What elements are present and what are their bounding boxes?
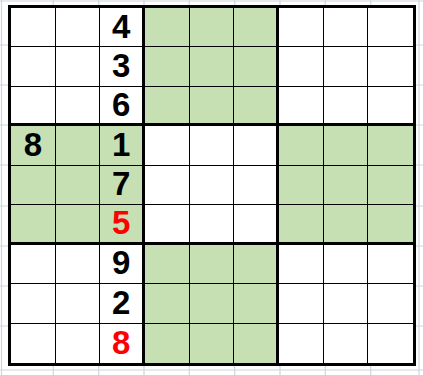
- cell-r3c7[interactable]: [279, 87, 324, 126]
- cell-r5c6[interactable]: [234, 166, 279, 205]
- cell-r4c8[interactable]: [324, 126, 369, 165]
- cell-r7c9[interactable]: [368, 245, 413, 284]
- cell-r9c1[interactable]: [11, 324, 56, 363]
- cell-r2c9[interactable]: [368, 47, 413, 86]
- cell-r4c6[interactable]: [234, 126, 279, 165]
- cell-r4c5[interactable]: [190, 126, 235, 165]
- cell-r6c5[interactable]: [190, 205, 235, 244]
- cell-r5c9[interactable]: [368, 166, 413, 205]
- cell-r6c3[interactable]: 5: [100, 205, 145, 244]
- cell-r7c2[interactable]: [56, 245, 101, 284]
- cell-r6c2[interactable]: [56, 205, 101, 244]
- cell-r9c5[interactable]: [190, 324, 235, 363]
- cell-r1c5[interactable]: [190, 8, 235, 47]
- cell-r6c9[interactable]: [368, 205, 413, 244]
- cell-r4c1[interactable]: 8: [11, 126, 56, 165]
- cell-r3c3[interactable]: 6: [100, 87, 145, 126]
- cell-r9c4[interactable]: [145, 324, 190, 363]
- cell-r2c2[interactable]: [56, 47, 101, 86]
- cell-r5c2[interactable]: [56, 166, 101, 205]
- given-digit: 9: [112, 246, 130, 279]
- cell-r8c8[interactable]: [324, 284, 369, 323]
- cell-r7c4[interactable]: [145, 245, 190, 284]
- cell-r9c6[interactable]: [234, 324, 279, 363]
- cell-r2c1[interactable]: [11, 47, 56, 86]
- cell-r9c7[interactable]: [279, 324, 324, 363]
- cell-r1c8[interactable]: [324, 8, 369, 47]
- cell-r2c3[interactable]: 3: [100, 47, 145, 86]
- cell-r5c8[interactable]: [324, 166, 369, 205]
- given-digit: 6: [112, 88, 130, 121]
- cell-r2c8[interactable]: [324, 47, 369, 86]
- cell-r9c9[interactable]: [368, 324, 413, 363]
- given-digit: 3: [112, 49, 130, 82]
- cell-r2c5[interactable]: [190, 47, 235, 86]
- cell-r3c9[interactable]: [368, 87, 413, 126]
- cell-r8c4[interactable]: [145, 284, 190, 323]
- cell-r6c8[interactable]: [324, 205, 369, 244]
- cell-r7c3[interactable]: 9: [100, 245, 145, 284]
- given-digit: 1: [112, 128, 130, 161]
- cell-r5c4[interactable]: [145, 166, 190, 205]
- given-digit: 4: [112, 10, 130, 43]
- cell-r4c3[interactable]: 1: [100, 126, 145, 165]
- cell-r9c3[interactable]: 8: [100, 324, 145, 363]
- cell-r1c1[interactable]: [11, 8, 56, 47]
- cell-r5c1[interactable]: [11, 166, 56, 205]
- cell-r8c2[interactable]: [56, 284, 101, 323]
- cell-r5c7[interactable]: [279, 166, 324, 205]
- given-digit: 5: [112, 206, 130, 239]
- cell-r1c6[interactable]: [234, 8, 279, 47]
- cell-r7c6[interactable]: [234, 245, 279, 284]
- cell-r4c9[interactable]: [368, 126, 413, 165]
- cell-r9c8[interactable]: [324, 324, 369, 363]
- cell-r1c9[interactable]: [368, 8, 413, 47]
- cell-r8c9[interactable]: [368, 284, 413, 323]
- sudoku-board: 4368175928: [8, 5, 416, 366]
- cell-r3c4[interactable]: [145, 87, 190, 126]
- given-digit: 8: [112, 326, 130, 359]
- cell-r8c1[interactable]: [11, 284, 56, 323]
- cell-r3c5[interactable]: [190, 87, 235, 126]
- cell-r3c6[interactable]: [234, 87, 279, 126]
- cell-r5c5[interactable]: [190, 166, 235, 205]
- given-digit: 8: [24, 128, 42, 161]
- cell-r3c1[interactable]: [11, 87, 56, 126]
- cell-r6c4[interactable]: [145, 205, 190, 244]
- cell-r3c2[interactable]: [56, 87, 101, 126]
- cell-r1c7[interactable]: [279, 8, 324, 47]
- cell-r8c3[interactable]: 2: [100, 284, 145, 323]
- cell-r1c3[interactable]: 4: [100, 8, 145, 47]
- cell-r8c7[interactable]: [279, 284, 324, 323]
- given-digit: 7: [112, 167, 130, 200]
- cell-r7c1[interactable]: [11, 245, 56, 284]
- cell-r8c5[interactable]: [190, 284, 235, 323]
- cell-r4c7[interactable]: [279, 126, 324, 165]
- cell-r9c2[interactable]: [56, 324, 101, 363]
- cell-r7c7[interactable]: [279, 245, 324, 284]
- cell-r1c2[interactable]: [56, 8, 101, 47]
- cell-r6c7[interactable]: [279, 205, 324, 244]
- cell-r1c4[interactable]: [145, 8, 190, 47]
- cell-r6c6[interactable]: [234, 205, 279, 244]
- cell-r4c2[interactable]: [56, 126, 101, 165]
- cell-r7c5[interactable]: [190, 245, 235, 284]
- cell-r2c7[interactable]: [279, 47, 324, 86]
- cell-r3c8[interactable]: [324, 87, 369, 126]
- cell-r7c8[interactable]: [324, 245, 369, 284]
- spreadsheet-canvas: 4368175928: [0, 0, 423, 375]
- cell-r2c6[interactable]: [234, 47, 279, 86]
- cell-r6c1[interactable]: [11, 205, 56, 244]
- cell-r4c4[interactable]: [145, 126, 190, 165]
- cell-r8c6[interactable]: [234, 284, 279, 323]
- cell-r2c4[interactable]: [145, 47, 190, 86]
- cell-r5c3[interactable]: 7: [100, 166, 145, 205]
- given-digit: 2: [112, 286, 130, 319]
